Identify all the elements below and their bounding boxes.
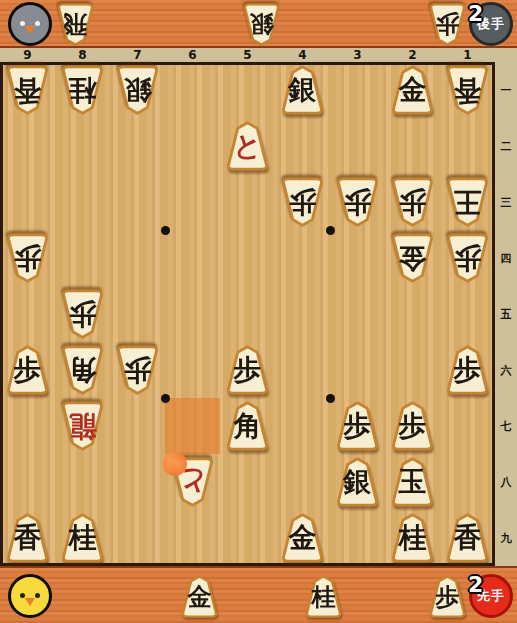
svg-text:歩: 歩 [434,582,459,611]
square-1-9[interactable]: 香 [440,510,495,566]
svg-text:銀: 銀 [249,10,275,39]
square-2-6[interactable] [385,342,440,398]
svg-text:歩: 歩 [289,186,318,219]
gote-piece[interactable]: 角 [57,343,108,397]
svg-text:角: 角 [233,409,262,442]
square-9-7[interactable] [0,398,55,454]
gote-hand-piece[interactable]: 銀 [238,2,285,47]
square-4-8[interactable] [275,454,330,510]
square-6-4[interactable] [165,230,220,286]
sente-piece[interactable]: 金 [277,511,328,565]
svg-text:桂: 桂 [68,74,97,107]
square-4-2[interactable] [275,118,330,174]
square-6-2[interactable] [165,118,220,174]
square-7-4[interactable] [110,230,165,286]
svg-text:金: 金 [398,73,427,106]
svg-text:香: 香 [13,74,42,107]
gote-piece[interactable]: 歩 [112,343,163,397]
svg-text:香: 香 [453,74,482,107]
square-3-3[interactable]: 歩 [330,174,385,230]
svg-text:桂: 桂 [398,521,427,554]
svg-text:歩: 歩 [69,298,98,331]
avatar-eye-icon [35,21,40,26]
sente-piece[interactable]: 角 [222,399,273,453]
sente-piece[interactable]: 桂 [57,511,108,565]
square-5-1[interactable] [220,62,275,118]
square-9-1[interactable]: 香 [0,62,55,118]
file-label: 5 [220,48,275,62]
gote-piece[interactable]: 歩 [57,287,108,341]
square-4-1[interactable]: 銀 [275,62,330,118]
file-label: 8 [55,48,110,62]
gote-piece[interactable]: 桂 [57,63,108,117]
svg-text:金: 金 [398,242,427,275]
square-3-7[interactable]: 歩 [330,398,385,454]
rank-label: 二 [495,139,517,154]
square-7-1[interactable]: 銀 [110,62,165,118]
square-8-5[interactable]: 歩 [55,286,110,342]
svg-text:飛: 飛 [63,10,88,39]
svg-text:と: と [233,129,261,162]
svg-text:歩: 歩 [233,353,262,386]
square-5-5[interactable] [220,286,275,342]
board: 香桂銀銀金香と歩歩歩王歩金歩歩歩角歩歩歩龍角歩歩と銀玉香桂金桂香 [0,62,495,566]
square-7-2[interactable] [110,118,165,174]
svg-text:歩: 歩 [343,409,372,442]
square-1-1[interactable]: 香 [440,62,495,118]
svg-text:歩: 歩 [399,186,428,219]
sente-hand-bar: 先手 金桂歩2 [0,566,517,623]
svg-text:歩: 歩 [124,354,153,387]
sente-promoted-piece[interactable]: と [222,119,273,173]
avatar-eye-icon [35,593,40,598]
square-6-8[interactable]: と [165,454,220,510]
square-4-3[interactable]: 歩 [275,174,330,230]
sente-piece[interactable]: 歩 [332,399,383,453]
square-8-3[interactable] [55,174,110,230]
square-8-8[interactable] [55,454,110,510]
rank-label: 六 [495,363,517,378]
square-6-1[interactable] [165,62,220,118]
square-7-3[interactable] [110,174,165,230]
sente-piece[interactable]: 金 [387,63,438,117]
square-9-6[interactable]: 歩 [0,342,55,398]
gote-piece[interactable]: 歩 [277,175,328,229]
rank-label: 五 [495,307,517,322]
square-4-9[interactable]: 金 [275,510,330,566]
sente-piece[interactable]: 歩 [442,343,493,397]
gote-piece[interactable]: 銀 [112,63,163,117]
square-9-5[interactable] [0,286,55,342]
svg-text:銀: 銀 [343,465,372,498]
hand-piece-count: 2 [468,572,483,597]
avatar-beak-icon [25,26,35,34]
file-label: 9 [0,48,55,62]
sente-piece[interactable]: 歩 [2,343,53,397]
square-1-6[interactable]: 歩 [440,342,495,398]
gote-piece[interactable]: 金 [387,231,438,285]
square-7-6[interactable]: 歩 [110,342,165,398]
square-3-5[interactable] [330,286,385,342]
square-7-5[interactable] [110,286,165,342]
svg-text:角: 角 [69,354,98,387]
square-8-4[interactable] [55,230,110,286]
svg-text:玉: 玉 [398,465,427,498]
square-2-3[interactable]: 歩 [385,174,440,230]
square-3-1[interactable] [330,62,385,118]
svg-text:歩: 歩 [14,242,43,275]
sente-hand-piece[interactable]: 金 [176,574,223,619]
square-5-6[interactable]: 歩 [220,342,275,398]
file-label: 2 [385,48,440,62]
sente-piece[interactable]: 歩 [222,343,273,397]
svg-text:銀: 銀 [123,74,152,107]
rank-label: 三 [495,195,517,210]
gote-piece[interactable]: 香 [2,63,53,117]
square-5-7[interactable]: 角 [220,398,275,454]
square-4-7[interactable] [275,398,330,454]
square-6-6[interactable] [165,342,220,398]
file-label: 4 [275,48,330,62]
square-7-8[interactable] [110,454,165,510]
square-8-1[interactable]: 桂 [55,62,110,118]
svg-text:金: 金 [288,521,317,554]
svg-text:歩: 歩 [13,353,42,386]
square-1-3[interactable]: 王 [440,174,495,230]
svg-text:金: 金 [186,582,211,611]
square-1-5[interactable] [440,286,495,342]
square-1-4[interactable]: 歩 [440,230,495,286]
gote-piece[interactable]: 香 [442,63,493,117]
svg-text:香: 香 [453,521,482,554]
gote-piece[interactable]: 歩 [387,175,438,229]
square-2-7[interactable]: 歩 [385,398,440,454]
square-3-6[interactable] [330,342,385,398]
sente-avatar-chick-icon [8,574,52,618]
square-8-2[interactable] [55,118,110,174]
file-label: 1 [440,48,495,62]
square-9-4[interactable]: 歩 [0,230,55,286]
square-6-7[interactable] [165,398,220,454]
file-label: 6 [165,48,220,62]
svg-text:歩: 歩 [398,409,427,442]
square-2-1[interactable]: 金 [385,62,440,118]
gote-piece[interactable]: 歩 [332,175,383,229]
square-8-9[interactable]: 桂 [55,510,110,566]
square-2-8[interactable]: 玉 [385,454,440,510]
svg-text:歩: 歩 [344,186,373,219]
square-3-8[interactable]: 銀 [330,454,385,510]
square-7-7[interactable] [110,398,165,454]
sente-hand-piece[interactable]: 桂 [300,574,347,619]
gote-hand-piece[interactable]: 歩 [424,2,471,47]
gote-piece[interactable]: 歩 [2,231,53,285]
rank-label: 七 [495,419,517,434]
gote-piece[interactable]: 王 [442,175,493,229]
gote-piece[interactable]: 歩 [442,231,493,285]
sente-piece[interactable]: 玉 [387,455,438,509]
gote-hand-piece[interactable]: 飛 [52,2,99,47]
square-4-5[interactable] [275,286,330,342]
file-coordinates: 987654321 [0,48,517,62]
sente-piece[interactable]: 銀 [332,455,383,509]
square-8-7[interactable]: 龍 [55,398,110,454]
rank-label: 八 [495,475,517,490]
svg-text:龍: 龍 [68,410,97,443]
square-1-8[interactable] [440,454,495,510]
sente-piece[interactable]: 香 [2,511,53,565]
square-2-9[interactable]: 桂 [385,510,440,566]
star-point [161,226,170,235]
svg-text:歩: 歩 [454,242,483,275]
square-7-9[interactable] [110,510,165,566]
square-5-3[interactable] [220,174,275,230]
sente-piece[interactable]: 桂 [387,511,438,565]
shogi-app: 後手 飛銀歩2 987654321 香桂銀銀金香と歩歩歩王歩金歩歩歩角歩歩歩龍角… [0,0,517,623]
rank-label: 九 [495,531,517,546]
square-5-8[interactable] [220,454,275,510]
svg-text:桂: 桂 [68,521,97,554]
sente-hand-piece[interactable]: 歩 [424,574,471,619]
square-2-4[interactable]: 金 [385,230,440,286]
square-5-2[interactable]: と [220,118,275,174]
svg-text:銀: 銀 [288,73,317,106]
square-1-2[interactable] [440,118,495,174]
sente-piece[interactable]: 銀 [277,63,328,117]
square-3-9[interactable] [330,510,385,566]
gote-avatar-bird-icon [8,2,52,46]
svg-text:歩: 歩 [435,10,460,39]
square-3-4[interactable] [330,230,385,286]
square-5-4[interactable] [220,230,275,286]
sente-piece[interactable]: 歩 [387,399,438,453]
square-2-5[interactable] [385,286,440,342]
gote-hand-bar: 後手 飛銀歩2 [0,0,517,48]
svg-text:桂: 桂 [310,582,335,611]
square-9-8[interactable] [0,454,55,510]
svg-text:歩: 歩 [453,353,482,386]
avatar-beak-icon [25,598,35,606]
square-9-2[interactable] [0,118,55,174]
square-1-7[interactable] [440,398,495,454]
file-label: 3 [330,48,385,62]
hand-piece-count: 2 [468,1,483,26]
square-2-2[interactable] [385,118,440,174]
last-move-marker [163,452,187,476]
rank-coordinates: 一二三四五六七八九 [495,62,517,566]
square-6-5[interactable] [165,286,220,342]
square-4-6[interactable] [275,342,330,398]
svg-text:香: 香 [13,521,42,554]
gote-promoted-piece[interactable]: 龍 [57,399,108,453]
square-9-9[interactable]: 香 [0,510,55,566]
rank-label: 一 [495,83,517,98]
sente-piece[interactable]: 香 [442,511,493,565]
square-4-4[interactable] [275,230,330,286]
square-9-3[interactable] [0,174,55,230]
rank-label: 四 [495,251,517,266]
square-5-9[interactable] [220,510,275,566]
square-8-6[interactable]: 角 [55,342,110,398]
square-6-3[interactable] [165,174,220,230]
svg-text:王: 王 [453,186,481,219]
file-label: 7 [110,48,165,62]
square-6-9[interactable] [165,510,220,566]
square-3-2[interactable] [330,118,385,174]
